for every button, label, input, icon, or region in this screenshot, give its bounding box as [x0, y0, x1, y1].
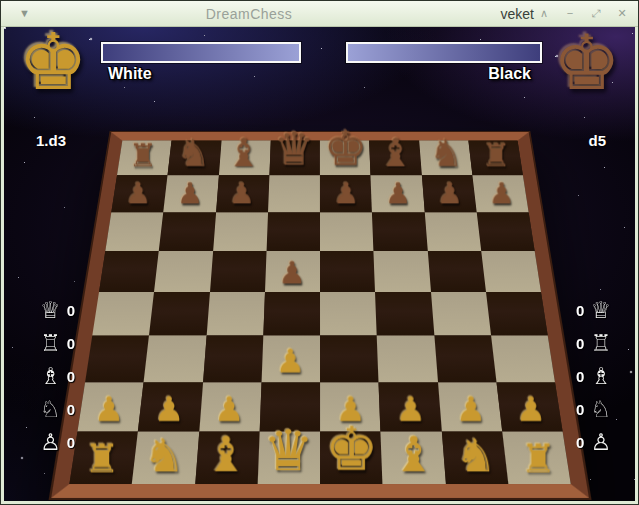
white-pawn[interactable]: ♟ [153, 394, 183, 426]
square-c8[interactable]: ♝ [218, 141, 270, 176]
game-scene: ♚ ♚ White Black 1.d3 d5 ♜♞♝♛♚♝♞♜♟♟♟♟♟♟♟♟… [4, 27, 635, 501]
white-knight[interactable]: ♞ [143, 434, 185, 478]
bishop-count: 0 [67, 368, 75, 385]
square-f6[interactable] [372, 212, 427, 251]
black-pawn[interactable]: ♟ [228, 180, 254, 208]
square-h5[interactable] [480, 251, 540, 292]
square-a2[interactable]: ♟ [77, 382, 143, 431]
square-d3[interactable]: ♟ [261, 336, 320, 382]
white-rook[interactable]: ♜ [520, 441, 555, 479]
square-e4[interactable] [320, 292, 377, 336]
white-queen[interactable]: ♛ [263, 424, 314, 478]
knight-icon: ♘ [40, 396, 61, 422]
square-d6[interactable] [266, 212, 320, 251]
square-g2[interactable]: ♟ [437, 382, 501, 431]
square-h4[interactable] [485, 292, 547, 336]
black-last-move: d5 [588, 132, 606, 149]
close-button[interactable]: ✕ [614, 5, 630, 21]
square-h7[interactable]: ♟ [472, 175, 528, 212]
captured-row-pawn: ♙ 0 [40, 429, 75, 455]
window-menu-icon[interactable]: ▼ [19, 7, 30, 19]
square-a5[interactable] [99, 251, 159, 292]
black-queen[interactable]: ♛ [274, 128, 315, 171]
window-title: DreamChess [206, 6, 293, 22]
white-king-icon: ♚ [18, 27, 88, 101]
square-b4[interactable] [149, 292, 209, 336]
square-c6[interactable] [212, 212, 267, 251]
square-d1[interactable]: ♛ [257, 431, 320, 484]
white-pawn[interactable]: ♟ [214, 394, 244, 426]
black-knight[interactable]: ♞ [176, 136, 210, 172]
square-g7[interactable]: ♟ [421, 175, 476, 212]
black-pawn[interactable]: ♟ [176, 180, 202, 208]
black-pawn[interactable]: ♟ [436, 180, 462, 208]
white-bishop[interactable]: ♝ [204, 432, 248, 478]
square-a7[interactable]: ♟ [111, 175, 167, 212]
bishop-icon: ♗ [40, 363, 61, 389]
captured-row-queen: 0 ♕ [576, 297, 611, 323]
square-f2[interactable]: ♟ [378, 382, 441, 431]
captured-row-rook: 0 ♖ [576, 330, 611, 356]
queen-count: 0 [576, 302, 584, 319]
dreamchess-window: ▼ DreamChess veket ∧ − ⤢ ✕ ♚ ♚ White Bla… [0, 0, 639, 505]
window-controls: ∧ − ⤢ ✕ [536, 5, 630, 21]
captured-row-queen: ♕ 0 [40, 297, 75, 323]
square-f1[interactable]: ♝ [380, 431, 445, 484]
black-bishop[interactable]: ♝ [226, 134, 261, 171]
square-b5[interactable] [154, 251, 212, 292]
knight-count: 0 [67, 401, 75, 418]
square-e3[interactable] [320, 336, 379, 382]
square-e1[interactable]: ♚ [320, 431, 383, 484]
captured-row-bishop: 0 ♗ [576, 363, 611, 389]
bright-stars [4, 27, 6, 29]
square-f4[interactable] [375, 292, 434, 336]
rook-icon: ♖ [590, 330, 611, 356]
square-e5[interactable] [320, 251, 375, 292]
square-h1[interactable]: ♜ [501, 431, 570, 484]
square-g4[interactable] [430, 292, 490, 336]
bishop-icon: ♗ [590, 363, 611, 389]
captured-row-knight: 0 ♘ [576, 396, 611, 422]
square-f7[interactable]: ♟ [370, 175, 424, 212]
square-a3[interactable] [85, 336, 149, 382]
square-e6[interactable] [320, 212, 374, 251]
white-last-move: 1.d3 [36, 132, 66, 149]
square-e7[interactable]: ♟ [320, 175, 372, 212]
black-bishop[interactable]: ♝ [378, 134, 413, 171]
queen-icon: ♕ [40, 297, 61, 323]
square-g3[interactable] [433, 336, 495, 382]
pawn-icon: ♙ [590, 429, 611, 455]
square-h6[interactable] [476, 212, 534, 251]
square-a6[interactable] [105, 212, 163, 251]
square-c1[interactable]: ♝ [194, 431, 259, 484]
queen-count: 0 [67, 302, 75, 319]
black-captured-tray: 0 ♕ 0 ♖ 0 ♗ 0 ♘ 0 ♙ [576, 297, 611, 455]
black-rook[interactable]: ♜ [482, 141, 511, 171]
square-b3[interactable] [143, 336, 205, 382]
square-a8[interactable]: ♜ [117, 141, 172, 176]
square-f3[interactable] [376, 336, 437, 382]
square-g5[interactable] [427, 251, 485, 292]
square-a1[interactable]: ♜ [69, 431, 138, 484]
pawn-count: 0 [576, 434, 584, 451]
black-knight[interactable]: ♞ [429, 136, 463, 172]
knight-icon: ♘ [590, 396, 611, 422]
white-pawn[interactable]: ♟ [93, 394, 123, 426]
black-pawn[interactable]: ♟ [488, 180, 514, 208]
black-pawn[interactable]: ♟ [124, 180, 150, 208]
white-pawn[interactable]: ♟ [516, 394, 546, 426]
maximize-button[interactable]: ⤢ [588, 5, 604, 21]
square-h3[interactable] [490, 336, 554, 382]
pawn-count: 0 [67, 434, 75, 451]
white-captured-tray: ♕ 0 ♖ 0 ♗ 0 ♘ 0 ♙ 0 [40, 297, 75, 455]
square-g6[interactable] [424, 212, 481, 251]
board-perspective-wrap: ♜♞♝♛♚♝♞♜♟♟♟♟♟♟♟♟♟♟♟♟♟♟♟♟♜♞♝♛♚♝♞♜ [85, 57, 555, 501]
square-b7[interactable]: ♟ [163, 175, 218, 212]
square-c5[interactable] [209, 251, 266, 292]
captured-row-pawn: 0 ♙ [576, 429, 611, 455]
square-c2[interactable]: ♟ [198, 382, 261, 431]
square-h2[interactable]: ♟ [496, 382, 562, 431]
black-king-icon: ♚ [553, 27, 621, 101]
square-g8[interactable]: ♞ [418, 141, 471, 176]
window-host-label: veket [501, 6, 534, 22]
square-c3[interactable] [202, 336, 263, 382]
chess-board: ♜♞♝♛♚♝♞♜♟♟♟♟♟♟♟♟♟♟♟♟♟♟♟♟♜♞♝♛♚♝♞♜ [51, 132, 589, 498]
white-bishop[interactable]: ♝ [391, 432, 435, 478]
square-g1[interactable]: ♞ [441, 431, 508, 484]
captured-row-knight: ♘ 0 [40, 396, 75, 422]
white-knight[interactable]: ♞ [455, 434, 497, 478]
black-pawn[interactable]: ♟ [332, 180, 358, 208]
captured-row-rook: ♖ 0 [40, 330, 75, 356]
square-f5[interactable] [373, 251, 430, 292]
square-d5[interactable]: ♟ [264, 251, 319, 292]
captured-row-bishop: ♗ 0 [40, 363, 75, 389]
titlebar: ▼ DreamChess veket ∧ − ⤢ ✕ [1, 1, 638, 27]
square-b2[interactable]: ♟ [138, 382, 202, 431]
white-pawn[interactable]: ♟ [276, 346, 305, 377]
black-pawn[interactable]: ♟ [384, 180, 410, 208]
square-b8[interactable]: ♞ [167, 141, 220, 176]
square-d7[interactable] [267, 175, 319, 212]
shade-button[interactable]: ∧ [536, 5, 552, 21]
square-c7[interactable]: ♟ [215, 175, 269, 212]
black-pawn[interactable]: ♟ [278, 258, 306, 287]
pawn-icon: ♙ [40, 429, 61, 455]
white-rook[interactable]: ♜ [83, 441, 118, 479]
square-b6[interactable] [159, 212, 216, 251]
square-h8[interactable]: ♜ [468, 141, 523, 176]
black-king[interactable]: ♚ [323, 125, 367, 171]
square-e8[interactable]: ♚ [320, 141, 371, 176]
bishop-count: 0 [576, 368, 584, 385]
queen-icon: ♕ [590, 297, 611, 323]
square-d4[interactable] [263, 292, 320, 336]
knight-count: 0 [576, 401, 584, 418]
rook-icon: ♖ [40, 330, 61, 356]
black-rook[interactable]: ♜ [128, 141, 157, 171]
square-b1[interactable]: ♞ [131, 431, 198, 484]
square-a4[interactable] [92, 292, 154, 336]
rook-count: 0 [67, 335, 75, 352]
square-c4[interactable] [206, 292, 265, 336]
white-pawn[interactable]: ♟ [455, 394, 485, 426]
square-f8[interactable]: ♝ [369, 141, 421, 176]
minimize-button[interactable]: − [562, 5, 578, 21]
white-king[interactable]: ♚ [324, 421, 378, 478]
rook-count: 0 [576, 335, 584, 352]
square-d8[interactable]: ♛ [269, 141, 320, 176]
white-pawn[interactable]: ♟ [395, 394, 425, 426]
